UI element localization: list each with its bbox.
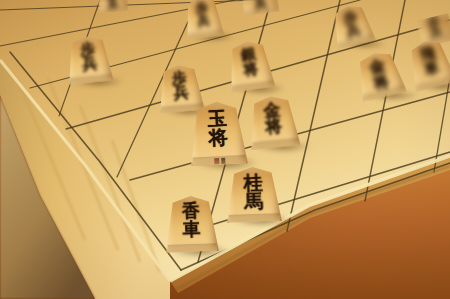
piece-kanji: 金将 bbox=[368, 57, 391, 91]
piece-kanji: 玉将 bbox=[207, 110, 228, 148]
piece-pawn-fragment-top-center[interactable]: 歩兵 bbox=[242, 0, 280, 17]
piece-lance[interactable]: 香車 bbox=[164, 195, 219, 253]
piece-kanji: 歩兵 bbox=[195, 2, 211, 29]
piece-kanji: 歩兵 bbox=[79, 42, 97, 73]
piece-kanji: 歩兵 bbox=[342, 10, 362, 40]
maker-stamp bbox=[213, 157, 224, 164]
piece-gold-general-left[interactable]: 金将 bbox=[246, 94, 301, 151]
piece-kanji: 歩兵 bbox=[426, 15, 443, 41]
piece-kanji: 銀将 bbox=[240, 47, 259, 78]
piece-knight[interactable]: 桂馬 bbox=[225, 166, 282, 223]
piece-kanji: 歩兵 bbox=[171, 71, 189, 102]
piece-silver-general[interactable]: 銀将 bbox=[224, 38, 275, 93]
piece-kanji: 歩兵 bbox=[252, 0, 267, 12]
piece-pawn-left[interactable]: 歩兵 bbox=[64, 34, 114, 85]
piece-rook[interactable]: 飛車 bbox=[403, 36, 450, 93]
pieces-layer: 歩兵歩兵歩兵歩兵歩兵歩兵飛車銀将金将歩兵金将玉将桂馬香車 bbox=[0, 0, 450, 299]
piece-pawn-deep-center[interactable]: 歩兵 bbox=[181, 0, 224, 41]
piece-kanji: 歩兵 bbox=[107, 0, 119, 10]
piece-kanji: 香車 bbox=[181, 203, 200, 239]
piece-kanji: 金将 bbox=[263, 102, 283, 137]
piece-pawn-fragment-top-left[interactable]: 歩兵 bbox=[98, 0, 129, 14]
piece-kanji: 飛車 bbox=[418, 46, 440, 78]
piece-pawn-behind-king[interactable]: 歩兵 bbox=[155, 63, 204, 114]
shogi-photo-scene: 歩兵歩兵歩兵歩兵歩兵歩兵飛車銀将金将歩兵金将玉将桂馬香車 Angled clos… bbox=[0, 0, 450, 299]
piece-kanji: 桂馬 bbox=[243, 174, 263, 212]
